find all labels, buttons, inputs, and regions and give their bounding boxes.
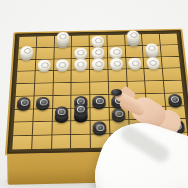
cell-c1-r5[interactable]: [16, 84, 34, 96]
cell-c2-r7[interactable]: [33, 109, 52, 122]
disc-emblem-icon: [77, 106, 85, 112]
cell-c4-r3[interactable]: [72, 58, 89, 70]
cell-c5-r2[interactable]: [90, 46, 107, 57]
cell-c4-r8[interactable]: [71, 121, 89, 134]
disc-emblem-icon: [113, 61, 121, 67]
disc-emblem-icon: [95, 49, 102, 55]
white-disc[interactable]: [110, 47, 123, 57]
cell-c4-r7[interactable]: [72, 108, 90, 121]
disc-emblem-icon: [24, 48, 32, 54]
cell-c9-r2[interactable]: [161, 45, 179, 56]
cell-c3-r2[interactable]: [54, 47, 71, 58]
disc-emblem-icon: [95, 61, 102, 67]
disc-emblem-icon: [148, 46, 156, 52]
white-disc[interactable]: [74, 47, 87, 57]
disc-emblem-icon: [60, 34, 67, 40]
cell-c1-r2[interactable]: [18, 48, 36, 59]
cell-c9-r1[interactable]: [160, 34, 178, 45]
cell-c2-r4[interactable]: [35, 71, 53, 83]
cell-c6-r4[interactable]: [108, 70, 126, 82]
disc-emblem-icon: [58, 109, 66, 115]
cell-c4-r4[interactable]: [72, 70, 90, 82]
cell-c2-r8[interactable]: [33, 122, 52, 135]
black-disc-tower-2[interactable]: [55, 106, 69, 117]
disc-emblem-icon: [96, 124, 104, 131]
cell-c8-r4[interactable]: [145, 69, 163, 81]
disc-emblem-icon: [41, 62, 49, 68]
white-disc[interactable]: [92, 59, 105, 69]
disc-emblem-icon: [77, 62, 84, 68]
black-disc[interactable]: [17, 97, 31, 108]
cell-c5-r7[interactable]: [91, 108, 109, 121]
disc-emblem-icon: [96, 98, 104, 104]
disc-emblem-icon: [77, 50, 84, 56]
white-disc[interactable]: [146, 58, 160, 68]
cell-c7-r4[interactable]: [127, 69, 145, 81]
cell-c2-r9[interactable]: [32, 136, 51, 149]
disc-emblem-icon: [171, 97, 179, 103]
cell-c5-r8[interactable]: [91, 121, 110, 134]
cell-c3-r8[interactable]: [52, 122, 71, 135]
cell-c2-r5[interactable]: [34, 83, 52, 95]
cell-c6-r2[interactable]: [108, 46, 125, 57]
held-black-disc[interactable]: [111, 89, 122, 96]
disc-emblem-icon: [131, 60, 139, 66]
cell-c3-r4[interactable]: [53, 71, 71, 83]
cell-c1-r4[interactable]: [16, 71, 34, 83]
disc-emblem-icon: [59, 62, 66, 68]
cell-c2-r6[interactable]: [34, 96, 52, 108]
cell-c8-r3[interactable]: [144, 57, 162, 69]
cell-c4-r2[interactable]: [72, 47, 89, 58]
cell-c9-r3[interactable]: [162, 56, 180, 68]
white-disc-tower-2[interactable]: [20, 46, 33, 56]
cell-c9-r6[interactable]: [165, 93, 184, 105]
white-disc[interactable]: [110, 58, 123, 68]
cell-c4-r1[interactable]: [72, 35, 89, 46]
black-disc[interactable]: [93, 95, 107, 106]
cell-c5-r5[interactable]: [90, 82, 108, 94]
cell-c8-r2[interactable]: [143, 45, 161, 56]
white-disc[interactable]: [92, 36, 105, 46]
white-disc[interactable]: [74, 59, 87, 69]
cell-c2-r3[interactable]: [35, 59, 53, 71]
black-disc[interactable]: [167, 94, 181, 105]
cell-c3-r7[interactable]: [52, 108, 70, 121]
cell-c3-r9[interactable]: [52, 135, 71, 148]
white-disc[interactable]: [38, 60, 51, 70]
white-disc[interactable]: [56, 59, 69, 69]
cell-c1-r8[interactable]: [13, 122, 32, 135]
cell-c1-r9[interactable]: [12, 136, 31, 150]
cell-c3-r5[interactable]: [53, 83, 71, 95]
white-disc-tower-3[interactable]: [127, 30, 140, 40]
cell-c2-r1[interactable]: [37, 36, 54, 47]
cell-c7-r2[interactable]: [125, 46, 143, 57]
cell-c6-r1[interactable]: [107, 35, 124, 46]
photo-scene: [0, 0, 188, 188]
cell-c4-r9[interactable]: [71, 135, 90, 148]
cell-c8-r5[interactable]: [146, 81, 165, 93]
disc-emblem-icon: [95, 38, 102, 44]
black-disc[interactable]: [93, 122, 107, 134]
white-disc-tower-3[interactable]: [57, 32, 70, 42]
cell-c5-r4[interactable]: [90, 70, 108, 82]
cell-c3-r1[interactable]: [54, 36, 71, 47]
cell-c7-r1[interactable]: [125, 34, 142, 45]
cell-c6-r3[interactable]: [108, 58, 126, 70]
cell-c5-r3[interactable]: [90, 58, 107, 70]
cell-c1-r6[interactable]: [15, 96, 34, 108]
white-disc-tower-2[interactable]: [145, 43, 158, 53]
cell-c4-r5[interactable]: [72, 83, 90, 95]
black-disc-tower-3[interactable]: [74, 103, 87, 114]
cell-c1-r7[interactable]: [14, 109, 33, 122]
cell-c2-r2[interactable]: [36, 47, 53, 58]
disc-emblem-icon: [113, 49, 120, 55]
disc-emblem-icon: [40, 99, 48, 105]
white-disc[interactable]: [128, 58, 141, 68]
black-disc[interactable]: [36, 97, 50, 108]
cell-c5-r6[interactable]: [90, 95, 108, 107]
cell-c7-r3[interactable]: [126, 57, 144, 69]
cell-c5-r1[interactable]: [90, 35, 107, 46]
cell-c1-r3[interactable]: [17, 60, 35, 72]
white-disc[interactable]: [92, 47, 105, 57]
cell-c9-r4[interactable]: [163, 68, 182, 80]
disc-emblem-icon: [21, 100, 29, 106]
cell-c9-r5[interactable]: [164, 81, 183, 93]
disc-emblem-icon: [150, 60, 158, 66]
cell-c3-r3[interactable]: [54, 59, 71, 71]
disc-emblem-icon: [130, 33, 137, 39]
